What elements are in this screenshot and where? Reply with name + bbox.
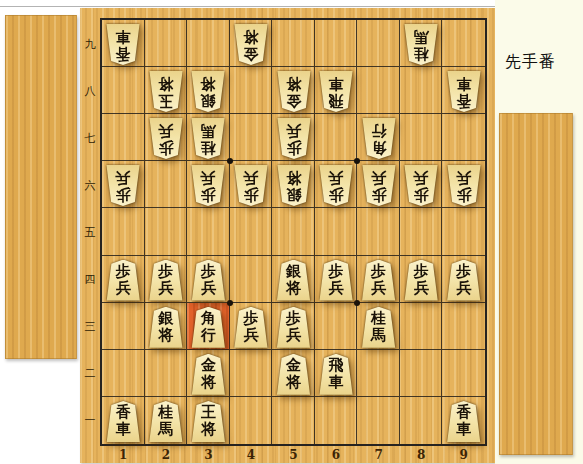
piece-face: 歩兵 — [403, 260, 439, 301]
shogi-piece-歩兵-top[interactable]: 歩兵 — [361, 165, 397, 206]
shogi-piece-香車-bottom[interactable]: 香車 — [105, 401, 141, 442]
shogi-piece-歩兵-bottom[interactable]: 歩兵 — [361, 260, 397, 301]
hoshi-dot — [227, 300, 233, 306]
board-cell[interactable] — [357, 20, 400, 67]
piece-face: 歩兵 — [318, 165, 354, 206]
shogi-piece-王将-bottom[interactable]: 王将 — [190, 401, 226, 442]
file-label-4: 4 — [247, 448, 255, 462]
shogi-piece-歩兵-bottom[interactable]: 歩兵 — [233, 307, 269, 348]
piece-face: 歩兵 — [361, 260, 397, 301]
hoshi-dot — [354, 300, 360, 306]
shogi-piece-金将-top[interactable]: 金将 — [276, 71, 312, 112]
piece-face: 角行 — [190, 307, 226, 348]
board-cell[interactable] — [442, 208, 485, 255]
piece-face: 香車 — [105, 24, 141, 65]
piece-face: 歩兵 — [190, 165, 226, 206]
shogi-piece-銀将-top[interactable]: 銀将 — [276, 165, 312, 206]
shogi-piece-飛車-bottom[interactable]: 飛車 — [318, 354, 354, 395]
piece-face: 歩兵 — [233, 165, 269, 206]
board-cell[interactable] — [442, 20, 485, 67]
hoshi-dot — [227, 158, 233, 164]
shogi-piece-銀将-bottom[interactable]: 銀将 — [148, 307, 184, 348]
piece-face: 金将 — [233, 24, 269, 65]
piece-face: 玉将 — [148, 71, 184, 112]
shogi-piece-歩兵-top[interactable]: 歩兵 — [148, 118, 184, 159]
piece-face: 桂馬 — [190, 118, 226, 159]
board-cell[interactable] — [102, 67, 145, 114]
board-cell[interactable] — [357, 208, 400, 255]
shogi-piece-歩兵-bottom[interactable]: 歩兵 — [446, 260, 482, 301]
piece-face: 歩兵 — [276, 118, 312, 159]
right-komadai-piece-stand — [499, 113, 573, 455]
shogi-piece-歩兵-bottom[interactable]: 歩兵 — [318, 260, 354, 301]
board-cell[interactable] — [400, 350, 443, 397]
piece-face: 金将 — [276, 71, 312, 112]
board-cell[interactable] — [400, 397, 443, 444]
shogi-piece-角行-top[interactable]: 角行 — [361, 118, 397, 159]
file-labels-row: 123456789 — [102, 448, 485, 463]
piece-face: 歩兵 — [361, 165, 397, 206]
board-cell[interactable] — [187, 20, 230, 67]
rank-label-三: 三 — [80, 319, 100, 334]
piece-face: 王将 — [190, 401, 226, 442]
board-cell[interactable] — [272, 20, 315, 67]
piece-face: 歩兵 — [403, 165, 439, 206]
piece-face: 金将 — [190, 354, 226, 395]
board-cell[interactable] — [230, 208, 273, 255]
shogi-piece-歩兵-bottom[interactable]: 歩兵 — [403, 260, 439, 301]
piece-face: 銀将 — [276, 260, 312, 301]
shogi-piece-歩兵-top[interactable]: 歩兵 — [233, 165, 269, 206]
board-cell[interactable] — [187, 208, 230, 255]
shogi-piece-香車-top[interactable]: 香車 — [446, 71, 482, 112]
board-cell[interactable] — [230, 114, 273, 161]
rank-labels-column: 九八七六五四三二一 — [80, 20, 100, 444]
board-cell[interactable] — [400, 208, 443, 255]
board-cell[interactable] — [442, 303, 485, 350]
board-cell[interactable] — [315, 208, 358, 255]
board-cell[interactable] — [145, 20, 188, 67]
file-label-8: 8 — [417, 448, 425, 462]
piece-face: 香車 — [446, 71, 482, 112]
shogi-piece-桂馬-top[interactable]: 桂馬 — [403, 24, 439, 65]
board-cell[interactable] — [442, 350, 485, 397]
piece-face: 歩兵 — [105, 165, 141, 206]
board-cell[interactable] — [400, 303, 443, 350]
shogi-piece-歩兵-bottom[interactable]: 歩兵 — [276, 307, 312, 348]
board-cell[interactable] — [230, 397, 273, 444]
file-label-9: 9 — [460, 448, 468, 462]
board-cell[interactable] — [230, 256, 273, 303]
piece-face: 歩兵 — [446, 165, 482, 206]
board-cell[interactable] — [315, 20, 358, 67]
board-cell[interactable] — [442, 114, 485, 161]
board-cell[interactable] — [357, 67, 400, 114]
shogi-piece-香車-bottom[interactable]: 香車 — [446, 401, 482, 442]
shogi-app-window: 九八七六五四三二一 香車金将桂馬玉将銀将金将飛車香車歩兵桂馬歩兵角行歩兵歩兵歩兵… — [0, 0, 583, 464]
board-cell[interactable] — [145, 350, 188, 397]
rank-label-六: 六 — [80, 177, 100, 192]
shogi-piece-桂馬-bottom[interactable]: 桂馬 — [148, 401, 184, 442]
piece-face: 歩兵 — [318, 260, 354, 301]
board-cell[interactable] — [357, 397, 400, 444]
shogi-piece-歩兵-top[interactable]: 歩兵 — [318, 165, 354, 206]
shogi-piece-銀将-top[interactable]: 銀将 — [190, 71, 226, 112]
piece-face: 金将 — [276, 354, 312, 395]
piece-face: 香車 — [105, 401, 141, 442]
board-cell[interactable] — [315, 303, 358, 350]
file-label-7: 7 — [374, 448, 382, 462]
file-label-1: 1 — [119, 448, 127, 462]
board-cell[interactable] — [315, 397, 358, 444]
board-cell[interactable] — [272, 397, 315, 444]
shogi-piece-角行-bottom[interactable]: 角行 — [190, 307, 226, 348]
piece-face: 桂馬 — [148, 401, 184, 442]
shogi-piece-玉将-top[interactable]: 玉将 — [148, 71, 184, 112]
piece-face: 銀将 — [276, 165, 312, 206]
shogi-piece-香車-top[interactable]: 香車 — [105, 24, 141, 65]
piece-face: 銀将 — [190, 71, 226, 112]
board-cell[interactable] — [145, 208, 188, 255]
piece-face: 桂馬 — [403, 24, 439, 65]
rank-label-一: 一 — [80, 413, 100, 428]
board-cell[interactable] — [230, 67, 273, 114]
board-cell[interactable] — [230, 350, 273, 397]
board-grid: 香車金将桂馬玉将銀将金将飛車香車歩兵桂馬歩兵角行歩兵歩兵歩兵銀将歩兵歩兵歩兵歩兵… — [100, 18, 487, 446]
turn-indicator: 先手番 — [505, 52, 556, 73]
file-label-5: 5 — [289, 448, 297, 462]
left-komadai-piece-stand — [5, 15, 77, 359]
file-label-3: 3 — [204, 448, 212, 462]
shogi-piece-金将-bottom[interactable]: 金将 — [276, 354, 312, 395]
piece-face: 角行 — [361, 118, 397, 159]
board-cell[interactable] — [102, 350, 145, 397]
board-cell[interactable] — [102, 303, 145, 350]
piece-face: 歩兵 — [276, 307, 312, 348]
rank-label-二: 二 — [80, 366, 100, 381]
shogi-piece-桂馬-top[interactable]: 桂馬 — [190, 118, 226, 159]
piece-face: 歩兵 — [105, 260, 141, 301]
board-cell[interactable] — [102, 114, 145, 161]
piece-face: 桂馬 — [361, 307, 397, 348]
piece-face: 香車 — [446, 401, 482, 442]
hoshi-dot — [354, 158, 360, 164]
right-side-panel: 先手番 — [495, 0, 583, 464]
board-cell[interactable] — [357, 350, 400, 397]
shogi-piece-歩兵-bottom[interactable]: 歩兵 — [105, 260, 141, 301]
shogi-piece-歩兵-top[interactable]: 歩兵 — [403, 165, 439, 206]
file-label-2: 2 — [162, 448, 170, 462]
piece-face: 歩兵 — [148, 118, 184, 159]
rank-label-九: 九 — [80, 36, 100, 51]
shogi-piece-歩兵-top[interactable]: 歩兵 — [105, 165, 141, 206]
shogi-piece-桂馬-bottom[interactable]: 桂馬 — [361, 307, 397, 348]
board-cell[interactable] — [102, 208, 145, 255]
shogi-piece-銀将-bottom[interactable]: 銀将 — [276, 260, 312, 301]
rank-label-五: 五 — [80, 225, 100, 240]
board-cell[interactable] — [272, 208, 315, 255]
board-frame: 九八七六五四三二一 香車金将桂馬玉将銀将金将飛車香車歩兵桂馬歩兵角行歩兵歩兵歩兵… — [80, 8, 496, 463]
shogi-piece-飛車-top[interactable]: 飛車 — [318, 71, 354, 112]
shogi-piece-金将-top[interactable]: 金将 — [233, 24, 269, 65]
file-label-6: 6 — [332, 448, 340, 462]
board-cell[interactable] — [400, 67, 443, 114]
board-cell[interactable] — [145, 161, 188, 208]
rank-label-七: 七 — [80, 130, 100, 145]
shogi-piece-歩兵-top[interactable]: 歩兵 — [190, 165, 226, 206]
piece-face: 飛車 — [318, 71, 354, 112]
shogi-piece-金将-bottom[interactable]: 金将 — [190, 354, 226, 395]
board-cell[interactable] — [315, 114, 358, 161]
shogi-piece-歩兵-bottom[interactable]: 歩兵 — [148, 260, 184, 301]
rank-label-八: 八 — [80, 83, 100, 98]
rank-label-四: 四 — [80, 272, 100, 287]
piece-face: 銀将 — [148, 307, 184, 348]
piece-face: 歩兵 — [446, 260, 482, 301]
piece-face: 歩兵 — [233, 307, 269, 348]
piece-face: 歩兵 — [148, 260, 184, 301]
shogi-piece-歩兵-bottom[interactable]: 歩兵 — [190, 260, 226, 301]
shogi-piece-歩兵-top[interactable]: 歩兵 — [446, 165, 482, 206]
piece-face: 飛車 — [318, 354, 354, 395]
shogi-piece-歩兵-top[interactable]: 歩兵 — [276, 118, 312, 159]
piece-face: 歩兵 — [190, 260, 226, 301]
board-cell[interactable] — [400, 114, 443, 161]
